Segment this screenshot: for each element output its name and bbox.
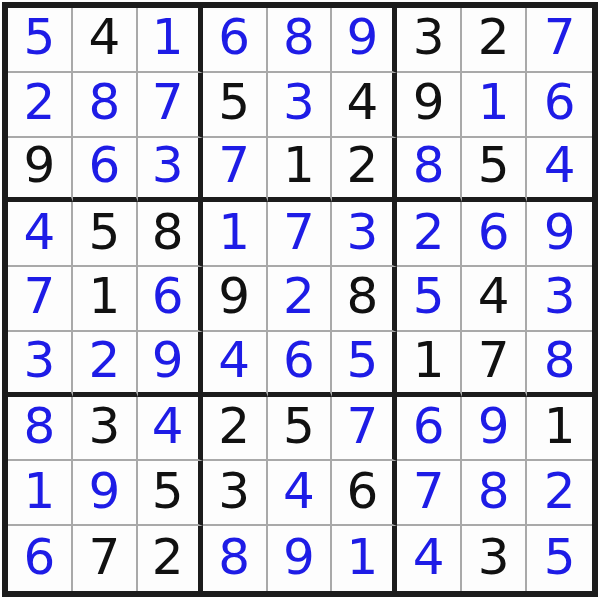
cell-r4c7[interactable]: 2 [397,202,462,267]
filled-digit: 6 [478,207,510,261]
filled-digit: 1 [218,207,250,261]
cell-r6c6[interactable]: 5 [332,332,397,397]
cell-r8c1[interactable]: 1 [8,461,73,526]
filled-digit: 3 [24,335,56,389]
filled-digit: 7 [544,12,576,66]
filled-digit: 4 [218,335,250,389]
given-digit: 6 [346,466,378,520]
given-digit: 1 [413,335,445,389]
cell-r2c5[interactable]: 3 [268,73,333,138]
cell-r7c5[interactable]: 5 [268,397,333,462]
given-digit: 7 [478,335,510,389]
cell-r8c7[interactable]: 7 [397,461,462,526]
filled-digit: 7 [283,207,315,261]
filled-digit: 5 [544,532,576,586]
cell-r6c5[interactable]: 6 [268,332,333,397]
cell-r7c1[interactable]: 8 [8,397,73,462]
filled-digit: 4 [24,207,56,261]
filled-digit: 7 [413,466,445,520]
cell-r9c6[interactable]: 1 [332,526,397,591]
cell-r4c6[interactable]: 3 [332,202,397,267]
filled-digit: 3 [283,77,315,131]
cell-r8c5[interactable]: 4 [268,461,333,526]
cell-r6c4[interactable]: 4 [203,332,268,397]
cell-r6c2[interactable]: 2 [73,332,138,397]
cell-r2c3[interactable]: 7 [138,73,203,138]
cell-r7c2[interactable]: 3 [73,397,138,462]
cell-r8c9[interactable]: 2 [527,461,592,526]
filled-digit: 1 [478,77,510,131]
given-digit: 5 [283,401,315,455]
filled-digit: 6 [218,12,250,66]
cell-r5c2[interactable]: 1 [73,267,138,332]
given-digit: 9 [413,77,445,131]
given-digit: 1 [283,140,315,194]
filled-digit: 5 [346,335,378,389]
cell-r5c1[interactable]: 7 [8,267,73,332]
given-digit: 1 [88,271,120,325]
cell-r4c5[interactable]: 7 [268,202,333,267]
given-digit: 5 [88,207,120,261]
filled-digit: 4 [283,466,315,520]
filled-digit: 8 [544,335,576,389]
cell-r5c9[interactable]: 3 [527,267,592,332]
cell-r7c9[interactable]: 1 [527,397,592,462]
given-digit: 4 [478,271,510,325]
filled-digit: 7 [152,77,184,131]
cell-r6c3[interactable]: 9 [138,332,203,397]
filled-digit: 6 [283,335,315,389]
filled-digit: 9 [346,12,378,66]
cell-r8c6[interactable]: 6 [332,461,397,526]
filled-digit: 2 [544,466,576,520]
cell-r4c9[interactable]: 9 [527,202,592,267]
filled-digit: 9 [152,335,184,389]
cell-r7c7[interactable]: 6 [397,397,462,462]
cell-r3c3[interactable]: 3 [138,138,203,203]
cell-r2c9[interactable]: 6 [527,73,592,138]
filled-digit: 9 [283,532,315,586]
filled-digit: 7 [24,271,56,325]
cell-r2c2[interactable]: 8 [73,73,138,138]
filled-digit: 2 [88,335,120,389]
cell-r7c8[interactable]: 9 [462,397,527,462]
filled-digit: 8 [24,401,56,455]
cell-r5c7[interactable]: 5 [397,267,462,332]
cell-r5c3[interactable]: 6 [138,267,203,332]
cell-r2c6[interactable]: 4 [332,73,397,138]
filled-digit: 4 [413,532,445,586]
given-digit: 8 [152,207,184,261]
given-digit: 2 [152,532,184,586]
given-digit: 3 [478,532,510,586]
given-digit: 7 [88,532,120,586]
filled-digit: 8 [88,77,120,131]
filled-digit: 5 [413,271,445,325]
cell-r1c8[interactable]: 2 [462,8,527,73]
filled-digit: 1 [346,532,378,586]
filled-digit: 9 [478,401,510,455]
cell-r5c6[interactable]: 8 [332,267,397,332]
given-digit: 1 [544,401,576,455]
cell-r4c2[interactable]: 5 [73,202,138,267]
given-digit: 8 [346,271,378,325]
given-digit: 2 [478,12,510,66]
cell-r1c2[interactable]: 4 [73,8,138,73]
cell-r3c1[interactable]: 9 [8,138,73,203]
cell-r3c9[interactable]: 4 [527,138,592,203]
filled-digit: 5 [24,12,56,66]
cell-r3c5[interactable]: 1 [268,138,333,203]
cell-r1c6[interactable]: 9 [332,8,397,73]
cell-r9c9[interactable]: 5 [527,526,592,591]
cell-r4c3[interactable]: 8 [138,202,203,267]
cell-r1c3[interactable]: 1 [138,8,203,73]
cell-r4c1[interactable]: 4 [8,202,73,267]
filled-digit: 9 [88,466,120,520]
cell-r9c5[interactable]: 9 [268,526,333,591]
cell-r2c7[interactable]: 9 [397,73,462,138]
given-digit: 5 [478,140,510,194]
filled-digit: 4 [544,140,576,194]
cell-r8c8[interactable]: 8 [462,461,527,526]
cell-r1c4[interactable]: 6 [203,8,268,73]
cell-r9c7[interactable]: 4 [397,526,462,591]
cell-r9c3[interactable]: 2 [138,526,203,591]
cell-r5c5[interactable]: 2 [268,267,333,332]
given-digit: 2 [218,401,250,455]
cell-r9c4[interactable]: 8 [203,526,268,591]
cell-r6c9[interactable]: 8 [527,332,592,397]
filled-digit: 6 [152,271,184,325]
filled-digit: 1 [24,466,56,520]
cell-r6c1[interactable]: 3 [8,332,73,397]
given-digit: 3 [218,466,250,520]
filled-digit: 7 [346,401,378,455]
filled-digit: 6 [544,77,576,131]
cell-r6c8[interactable]: 7 [462,332,527,397]
filled-digit: 3 [544,271,576,325]
filled-digit: 2 [413,207,445,261]
cell-r8c4[interactable]: 3 [203,461,268,526]
filled-digit: 6 [24,532,56,586]
cell-r2c1[interactable]: 2 [8,73,73,138]
filled-digit: 9 [544,207,576,261]
filled-digit: 8 [478,466,510,520]
filled-digit: 6 [88,140,120,194]
filled-digit: 3 [346,207,378,261]
cell-r3c8[interactable]: 5 [462,138,527,203]
sudoku-board: 5416893272875349169637128544581732697169… [2,2,598,597]
cell-r3c7[interactable]: 8 [397,138,462,203]
given-digit: 4 [88,12,120,66]
cell-r2c8[interactable]: 1 [462,73,527,138]
given-digit: 2 [346,140,378,194]
cell-r3c4[interactable]: 7 [203,138,268,203]
filled-digit: 2 [24,77,56,131]
cell-r3c2[interactable]: 6 [73,138,138,203]
filled-digit: 3 [152,140,184,194]
given-digit: 5 [218,77,250,131]
cell-r2c4[interactable]: 5 [203,73,268,138]
given-digit: 4 [346,77,378,131]
cell-r4c8[interactable]: 6 [462,202,527,267]
cell-r1c1[interactable]: 5 [8,8,73,73]
cell-r8c3[interactable]: 5 [138,461,203,526]
cell-r7c6[interactable]: 7 [332,397,397,462]
cell-r8c2[interactable]: 9 [73,461,138,526]
given-digit: 3 [413,12,445,66]
given-digit: 9 [218,271,250,325]
given-digit: 9 [24,140,56,194]
cell-r3c6[interactable]: 2 [332,138,397,203]
given-digit: 5 [152,466,184,520]
filled-digit: 7 [218,140,250,194]
given-digit: 3 [88,401,120,455]
cell-r9c1[interactable]: 6 [8,526,73,591]
cell-r4c4[interactable]: 1 [203,202,268,267]
cell-r6c7[interactable]: 1 [397,332,462,397]
filled-digit: 4 [152,401,184,455]
filled-digit: 8 [283,12,315,66]
filled-digit: 6 [413,401,445,455]
cell-r9c8[interactable]: 3 [462,526,527,591]
cell-r7c3[interactable]: 4 [138,397,203,462]
filled-digit: 2 [283,271,315,325]
cell-r9c2[interactable]: 7 [73,526,138,591]
cell-r1c7[interactable]: 3 [397,8,462,73]
cell-r1c9[interactable]: 7 [527,8,592,73]
cell-r5c4[interactable]: 9 [203,267,268,332]
filled-digit: 1 [152,12,184,66]
cell-r7c4[interactable]: 2 [203,397,268,462]
filled-digit: 8 [413,140,445,194]
cell-r5c8[interactable]: 4 [462,267,527,332]
cell-r1c5[interactable]: 8 [268,8,333,73]
filled-digit: 8 [218,532,250,586]
